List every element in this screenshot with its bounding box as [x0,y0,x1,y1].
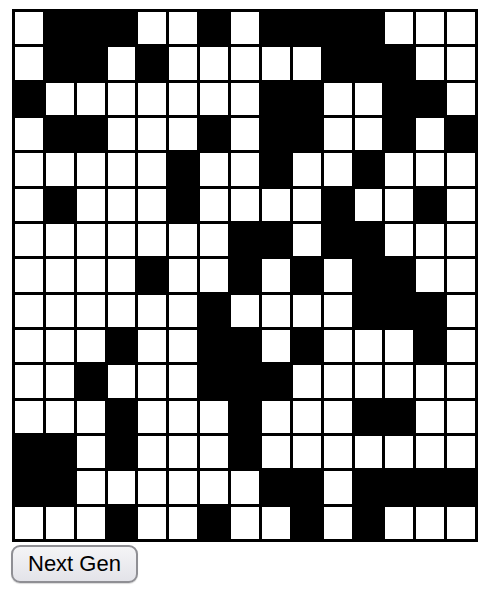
cell-r11c3[interactable] [77,365,105,397]
cell-r10c9[interactable] [262,330,290,362]
cell-r13c5[interactable] [138,436,166,468]
cell-r3c4[interactable] [108,83,136,115]
cell-r8c1[interactable] [15,259,43,291]
cell-r10c15[interactable] [447,330,475,362]
cell-r3c15[interactable] [447,83,475,115]
cell-r3c9[interactable] [262,83,290,115]
cell-r4c7[interactable] [200,118,228,150]
cell-r5c5[interactable] [138,153,166,185]
cell-r9c11[interactable] [324,295,352,327]
cell-r12c5[interactable] [138,401,166,433]
cell-r10c1[interactable] [15,330,43,362]
cell-r6c4[interactable] [108,189,136,221]
cell-r12c12[interactable] [355,401,383,433]
cell-r1c9[interactable] [262,12,290,44]
cell-r2c13[interactable] [385,47,413,79]
cell-r10c5[interactable] [138,330,166,362]
cell-r8c11[interactable] [324,259,352,291]
cell-r1c12[interactable] [355,12,383,44]
cell-r10c11[interactable] [324,330,352,362]
cell-r15c8[interactable] [231,507,259,539]
cell-r8c12[interactable] [355,259,383,291]
cell-r9c6[interactable] [169,295,197,327]
cell-r14c4[interactable] [108,471,136,503]
cell-r9c15[interactable] [447,295,475,327]
cell-r6c10[interactable] [293,189,321,221]
cell-r4c13[interactable] [385,118,413,150]
cell-r14c6[interactable] [169,471,197,503]
cell-r2c8[interactable] [231,47,259,79]
cell-r14c14[interactable] [416,471,444,503]
cell-r3c13[interactable] [385,83,413,115]
cell-r6c2[interactable] [46,189,74,221]
cell-r1c14[interactable] [416,12,444,44]
cell-r7c15[interactable] [447,224,475,256]
cell-r6c1[interactable] [15,189,43,221]
cell-r3c3[interactable] [77,83,105,115]
cell-r15c10[interactable] [293,507,321,539]
cell-r12c4[interactable] [108,401,136,433]
cell-r5c10[interactable] [293,153,321,185]
cell-r13c13[interactable] [385,436,413,468]
cell-r8c8[interactable] [231,259,259,291]
cell-r11c6[interactable] [169,365,197,397]
cell-r9c2[interactable] [46,295,74,327]
page: Next Gen [0,0,491,597]
cell-r1c5[interactable] [138,12,166,44]
cell-r2c3[interactable] [77,47,105,79]
cell-r13c3[interactable] [77,436,105,468]
cell-r2c4[interactable] [108,47,136,79]
cell-r5c2[interactable] [46,153,74,185]
cell-r7c8[interactable] [231,224,259,256]
cell-r15c12[interactable] [355,507,383,539]
cell-r5c1[interactable] [15,153,43,185]
cell-r6c5[interactable] [138,189,166,221]
cell-r9c3[interactable] [77,295,105,327]
cell-r7c4[interactable] [108,224,136,256]
cell-r12c1[interactable] [15,401,43,433]
cell-r3c8[interactable] [231,83,259,115]
cell-r15c11[interactable] [324,507,352,539]
cell-r14c7[interactable] [200,471,228,503]
cell-r14c15[interactable] [447,471,475,503]
cell-r6c13[interactable] [385,189,413,221]
cell-r6c11[interactable] [324,189,352,221]
cell-r13c14[interactable] [416,436,444,468]
cell-r15c9[interactable] [262,507,290,539]
cell-r1c10[interactable] [293,12,321,44]
cell-r12c3[interactable] [77,401,105,433]
cell-r12c14[interactable] [416,401,444,433]
cell-r11c1[interactable] [15,365,43,397]
cell-r9c12[interactable] [355,295,383,327]
cell-r12c10[interactable] [293,401,321,433]
cell-r4c11[interactable] [324,118,352,150]
cell-r14c3[interactable] [77,471,105,503]
cell-r8c14[interactable] [416,259,444,291]
cell-r14c8[interactable] [231,471,259,503]
cell-r15c5[interactable] [138,507,166,539]
cell-r10c2[interactable] [46,330,74,362]
cell-r5c7[interactable] [200,153,228,185]
cell-r15c1[interactable] [15,507,43,539]
cell-r9c7[interactable] [200,295,228,327]
cell-r12c8[interactable] [231,401,259,433]
cell-r5c14[interactable] [416,153,444,185]
cell-r2c11[interactable] [324,47,352,79]
cell-r15c2[interactable] [46,507,74,539]
cell-r13c2[interactable] [46,436,74,468]
cell-r12c11[interactable] [324,401,352,433]
cell-r3c2[interactable] [46,83,74,115]
cell-r2c1[interactable] [15,47,43,79]
cell-r5c12[interactable] [355,153,383,185]
cell-r8c4[interactable] [108,259,136,291]
cell-r13c9[interactable] [262,436,290,468]
cell-r8c10[interactable] [293,259,321,291]
cell-r2c14[interactable] [416,47,444,79]
cell-r11c2[interactable] [46,365,74,397]
cell-r14c10[interactable] [293,471,321,503]
cell-r13c12[interactable] [355,436,383,468]
cell-r5c4[interactable] [108,153,136,185]
cell-r12c2[interactable] [46,401,74,433]
cell-r10c14[interactable] [416,330,444,362]
cell-r7c9[interactable] [262,224,290,256]
cell-r4c15[interactable] [447,118,475,150]
cell-r12c15[interactable] [447,401,475,433]
cell-r2c5[interactable] [138,47,166,79]
cell-r8c13[interactable] [385,259,413,291]
cell-r7c2[interactable] [46,224,74,256]
cell-r11c10[interactable] [293,365,321,397]
cell-r1c15[interactable] [447,12,475,44]
cell-r10c10[interactable] [293,330,321,362]
cell-r6c8[interactable] [231,189,259,221]
cell-r7c10[interactable] [293,224,321,256]
cell-r8c3[interactable] [77,259,105,291]
cell-r13c4[interactable] [108,436,136,468]
cell-r1c1[interactable] [15,12,43,44]
cell-r11c15[interactable] [447,365,475,397]
cell-r11c14[interactable] [416,365,444,397]
cell-r2c7[interactable] [200,47,228,79]
cell-r8c6[interactable] [169,259,197,291]
cell-r11c5[interactable] [138,365,166,397]
cell-r9c9[interactable] [262,295,290,327]
cell-r15c4[interactable] [108,507,136,539]
cell-r1c8[interactable] [231,12,259,44]
cell-r4c5[interactable] [138,118,166,150]
cell-r12c7[interactable] [200,401,228,433]
cell-r3c10[interactable] [293,83,321,115]
cell-r14c9[interactable] [262,471,290,503]
cell-r15c7[interactable] [200,507,228,539]
cell-r6c15[interactable] [447,189,475,221]
cell-r1c7[interactable] [200,12,228,44]
cell-r2c15[interactable] [447,47,475,79]
cell-r1c4[interactable] [108,12,136,44]
cell-r11c9[interactable] [262,365,290,397]
cell-r9c10[interactable] [293,295,321,327]
cell-r14c11[interactable] [324,471,352,503]
cell-r3c11[interactable] [324,83,352,115]
cell-r7c14[interactable] [416,224,444,256]
cell-r8c2[interactable] [46,259,74,291]
cell-r13c1[interactable] [15,436,43,468]
cell-r8c5[interactable] [138,259,166,291]
cell-r11c12[interactable] [355,365,383,397]
cell-r1c6[interactable] [169,12,197,44]
cell-r15c3[interactable] [77,507,105,539]
cell-r11c13[interactable] [385,365,413,397]
cell-r7c3[interactable] [77,224,105,256]
cell-r9c13[interactable] [385,295,413,327]
cell-r11c11[interactable] [324,365,352,397]
cell-r8c9[interactable] [262,259,290,291]
next-gen-button[interactable]: Next Gen [11,545,138,583]
cell-r11c8[interactable] [231,365,259,397]
cell-r4c14[interactable] [416,118,444,150]
cell-r6c3[interactable] [77,189,105,221]
cell-r3c14[interactable] [416,83,444,115]
cell-r3c1[interactable] [15,83,43,115]
cell-r5c6[interactable] [169,153,197,185]
cell-r4c1[interactable] [15,118,43,150]
cell-r9c4[interactable] [108,295,136,327]
cell-r2c10[interactable] [293,47,321,79]
cell-r12c13[interactable] [385,401,413,433]
cell-r11c7[interactable] [200,365,228,397]
cell-r12c6[interactable] [169,401,197,433]
cell-r7c11[interactable] [324,224,352,256]
cell-r13c10[interactable] [293,436,321,468]
cell-r4c10[interactable] [293,118,321,150]
cell-r6c9[interactable] [262,189,290,221]
cell-r5c15[interactable] [447,153,475,185]
cell-r4c8[interactable] [231,118,259,150]
cell-r10c13[interactable] [385,330,413,362]
cell-r13c7[interactable] [200,436,228,468]
cell-r14c5[interactable] [138,471,166,503]
cell-r5c11[interactable] [324,153,352,185]
cell-r15c15[interactable] [447,507,475,539]
cell-r2c6[interactable] [169,47,197,79]
cell-r9c1[interactable] [15,295,43,327]
cell-r4c6[interactable] [169,118,197,150]
cell-r1c3[interactable] [77,12,105,44]
cell-r3c5[interactable] [138,83,166,115]
cell-r10c6[interactable] [169,330,197,362]
cell-r4c3[interactable] [77,118,105,150]
cell-r4c4[interactable] [108,118,136,150]
cell-r12c9[interactable] [262,401,290,433]
cell-r10c7[interactable] [200,330,228,362]
cell-r4c9[interactable] [262,118,290,150]
game-of-life-board [12,9,478,542]
cell-r7c13[interactable] [385,224,413,256]
cell-r7c12[interactable] [355,224,383,256]
cell-r8c7[interactable] [200,259,228,291]
cell-r8c15[interactable] [447,259,475,291]
cell-r14c1[interactable] [15,471,43,503]
cell-r7c1[interactable] [15,224,43,256]
cell-r5c13[interactable] [385,153,413,185]
cell-r6c12[interactable] [355,189,383,221]
cell-r15c13[interactable] [385,507,413,539]
cell-r6c6[interactable] [169,189,197,221]
cell-r10c3[interactable] [77,330,105,362]
cell-r2c9[interactable] [262,47,290,79]
cell-r4c12[interactable] [355,118,383,150]
cell-r9c5[interactable] [138,295,166,327]
cell-r13c11[interactable] [324,436,352,468]
cell-r1c2[interactable] [46,12,74,44]
cell-r5c9[interactable] [262,153,290,185]
cell-r7c7[interactable] [200,224,228,256]
cell-r6c7[interactable] [200,189,228,221]
cell-r4c2[interactable] [46,118,74,150]
cell-r14c12[interactable] [355,471,383,503]
cell-r7c5[interactable] [138,224,166,256]
cell-r9c8[interactable] [231,295,259,327]
cell-r2c12[interactable] [355,47,383,79]
cell-r13c15[interactable] [447,436,475,468]
cell-r1c13[interactable] [385,12,413,44]
cell-r15c6[interactable] [169,507,197,539]
cell-r3c6[interactable] [169,83,197,115]
cell-r13c8[interactable] [231,436,259,468]
cell-r14c2[interactable] [46,471,74,503]
cell-r3c12[interactable] [355,83,383,115]
cell-r14c13[interactable] [385,471,413,503]
cell-r9c14[interactable] [416,295,444,327]
cell-r3c7[interactable] [200,83,228,115]
cell-r15c14[interactable] [416,507,444,539]
cell-r13c6[interactable] [169,436,197,468]
cell-r7c6[interactable] [169,224,197,256]
cell-r5c3[interactable] [77,153,105,185]
cell-r2c2[interactable] [46,47,74,79]
cell-r10c12[interactable] [355,330,383,362]
cell-r11c4[interactable] [108,365,136,397]
cell-r6c14[interactable] [416,189,444,221]
cell-r10c8[interactable] [231,330,259,362]
cell-r5c8[interactable] [231,153,259,185]
cell-r10c4[interactable] [108,330,136,362]
cell-r1c11[interactable] [324,12,352,44]
